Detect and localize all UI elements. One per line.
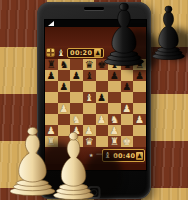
black-pawn-piece: ♟: [108, 70, 121, 81]
board-square[interactable]: [96, 103, 109, 114]
board-square[interactable]: ♚: [121, 136, 134, 147]
board-square[interactable]: [133, 92, 146, 103]
black-bishop-piece: ♝: [83, 70, 96, 81]
board-square[interactable]: [58, 92, 71, 103]
board-square[interactable]: [133, 125, 146, 136]
board-square[interactable]: ♟: [133, 114, 146, 125]
board-square[interactable]: ♟: [96, 92, 109, 103]
white-pawn-piece: ♟: [58, 103, 71, 114]
board-square[interactable]: [83, 103, 96, 114]
board-square[interactable]: ♟: [58, 81, 71, 92]
board-square[interactable]: [83, 114, 96, 125]
black-pawn-piece: ♟: [121, 81, 134, 92]
board-square[interactable]: [121, 125, 134, 136]
board-square[interactable]: [121, 114, 134, 125]
board-square[interactable]: ♟: [108, 125, 121, 136]
white-pawn-piece: ♟: [133, 114, 146, 125]
board-square[interactable]: ♟: [121, 103, 134, 114]
board-square[interactable]: [70, 59, 83, 70]
board-square[interactable]: ♛: [83, 59, 96, 70]
chess-app-promo: ♝ 00:20 ♟ ♜♞♛♚♝♞♜♟♟♝♟♟♟♟♝♟♟♟♞♟♞♟♟♟♟♟♜♝♛♜…: [0, 0, 188, 200]
board-square[interactable]: ♞: [58, 59, 71, 70]
board-square[interactable]: ♝: [83, 92, 96, 103]
flag-emblem-icon[interactable]: [46, 48, 55, 57]
board-square[interactable]: ♜: [45, 59, 58, 70]
board-square[interactable]: [83, 81, 96, 92]
board-square[interactable]: [96, 70, 109, 81]
board-square[interactable]: [108, 81, 121, 92]
signal-icon: [48, 21, 54, 26]
board-square[interactable]: ♝: [83, 70, 96, 81]
board-square[interactable]: [133, 103, 146, 114]
board-square[interactable]: ♟: [108, 70, 121, 81]
board-square[interactable]: ♟: [70, 70, 83, 81]
board-square[interactable]: ♜: [108, 136, 121, 147]
white-rook-piece: ♜: [108, 136, 121, 147]
board-square[interactable]: [58, 70, 71, 81]
board-square[interactable]: [133, 81, 146, 92]
board-square[interactable]: ♞: [70, 114, 83, 125]
board-square[interactable]: [70, 103, 83, 114]
decor-black-bishop-on-phone: [100, 2, 148, 66]
board-square[interactable]: [45, 92, 58, 103]
captured-piece-icon: ♟: [136, 152, 143, 160]
board-square[interactable]: ♟: [121, 81, 134, 92]
decor-black-bishop-top-right: [149, 5, 188, 60]
black-knight-piece: ♞: [58, 59, 71, 70]
board-square[interactable]: [45, 114, 58, 125]
white-bishop-icon: ♝: [57, 48, 65, 58]
black-rook-piece: ♜: [45, 59, 58, 70]
board-square[interactable]: [121, 92, 134, 103]
board-square[interactable]: ♞: [108, 114, 121, 125]
board-square[interactable]: [58, 114, 71, 125]
board-square[interactable]: [121, 70, 134, 81]
black-queen-piece: ♛: [83, 59, 96, 70]
board-square[interactable]: [70, 92, 83, 103]
board-square[interactable]: [45, 103, 58, 114]
board-square[interactable]: [96, 81, 109, 92]
board-square[interactable]: [133, 136, 146, 147]
black-pawn-piece: ♟: [70, 70, 83, 81]
board-square[interactable]: [108, 92, 121, 103]
white-knight-piece: ♞: [70, 114, 83, 125]
board-square[interactable]: [45, 81, 58, 92]
board-square[interactable]: [70, 81, 83, 92]
white-pawn-piece: ♟: [108, 125, 121, 136]
decor-white-bishop-on-phone: [49, 131, 98, 200]
board-square[interactable]: [108, 103, 121, 114]
white-king-piece: ♚: [121, 136, 134, 147]
white-pawn-piece: ♟: [121, 103, 134, 114]
opponent-clock: 00:20 ♟: [67, 48, 104, 58]
board-square[interactable]: ♟: [45, 70, 58, 81]
white-pawn-piece: ♟: [96, 114, 109, 125]
white-bishop-piece: ♝: [83, 92, 96, 103]
black-pawn-piece: ♟: [58, 81, 71, 92]
white-knight-piece: ♞: [108, 114, 121, 125]
board-square[interactable]: ♟: [96, 114, 109, 125]
black-pawn-piece: ♟: [96, 92, 109, 103]
black-pawn-piece: ♟: [45, 70, 58, 81]
board-square[interactable]: ♟: [58, 103, 71, 114]
opponent-clock-value: 00:20: [70, 49, 92, 57]
